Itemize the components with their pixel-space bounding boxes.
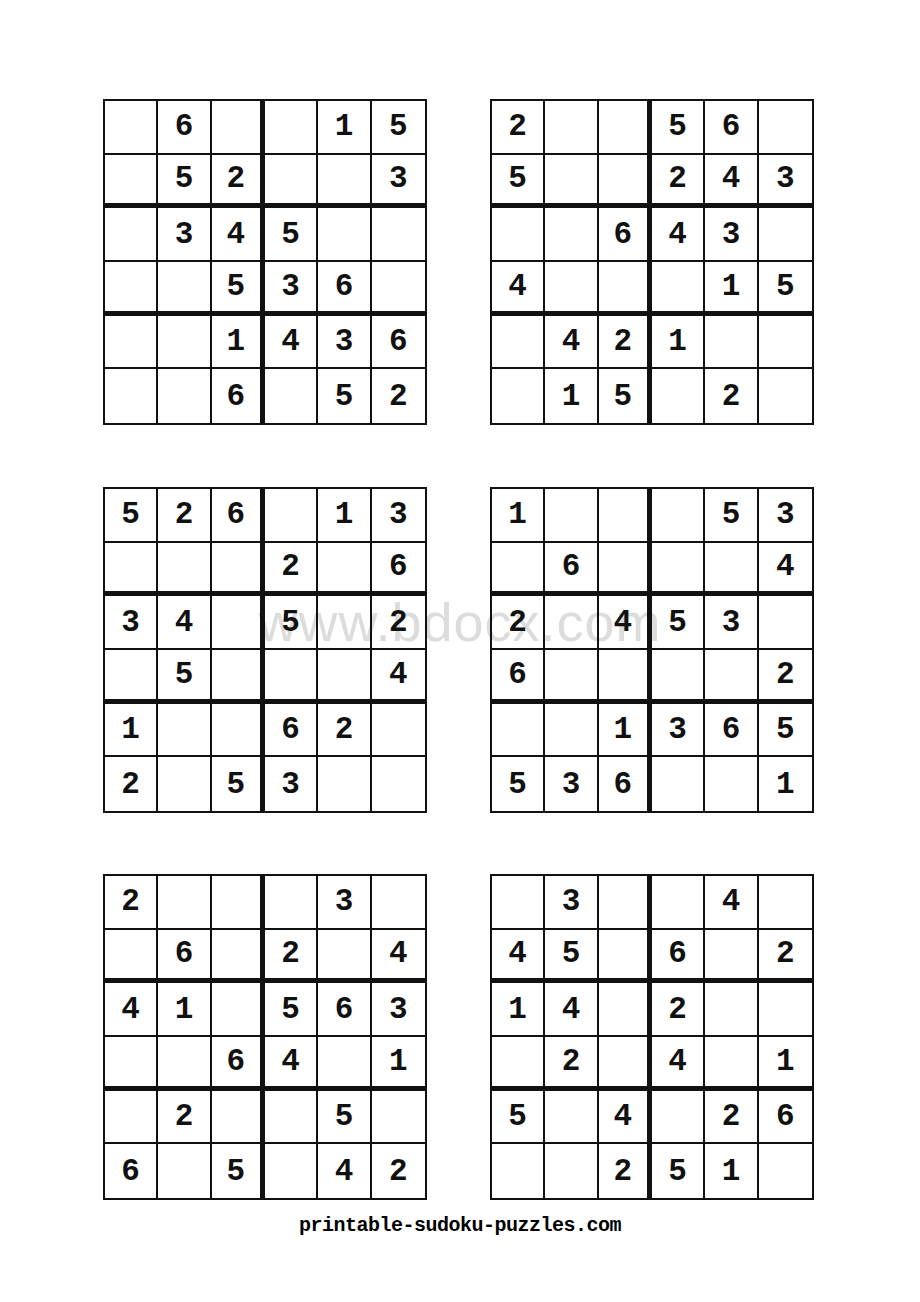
p3-cell-r3c4: 5 bbox=[265, 596, 318, 650]
p5-cell-r5c3 bbox=[212, 1091, 265, 1145]
given-digit: 3 bbox=[389, 992, 408, 1027]
given-digit: 1 bbox=[722, 1154, 741, 1189]
p6-cell-r3c2: 4 bbox=[545, 983, 598, 1037]
p3-cell-r2c2 bbox=[158, 543, 211, 597]
given-digit: 6 bbox=[121, 1154, 140, 1189]
p6-cell-r5c3: 4 bbox=[599, 1091, 652, 1145]
p4-cell-r4c4 bbox=[652, 650, 705, 704]
p4-cell-r4c3 bbox=[599, 650, 652, 704]
p1-cell-r3c3: 4 bbox=[212, 208, 265, 262]
p2-cell-r4c1: 4 bbox=[492, 262, 545, 316]
given-digit: 2 bbox=[281, 936, 300, 971]
p5-cell-r3c5: 6 bbox=[318, 983, 371, 1037]
given-digit: 4 bbox=[668, 1044, 687, 1079]
p1-cell-r6c4 bbox=[265, 369, 318, 423]
given-digit: 6 bbox=[722, 109, 741, 144]
given-digit: 6 bbox=[175, 936, 194, 971]
p4-cell-r1c4 bbox=[652, 489, 705, 543]
given-digit: 5 bbox=[508, 767, 527, 802]
given-digit: 6 bbox=[281, 712, 300, 747]
p2-cell-r4c2 bbox=[545, 262, 598, 316]
p1-cell-r4c1 bbox=[105, 262, 158, 316]
given-digit: 6 bbox=[508, 657, 527, 692]
p5-cell-r5c6 bbox=[372, 1091, 425, 1145]
given-digit: 2 bbox=[668, 992, 687, 1027]
given-digit: 4 bbox=[614, 605, 633, 640]
p5-cell-r2c3 bbox=[212, 930, 265, 984]
p2-cell-r3c5: 3 bbox=[705, 208, 758, 262]
given-digit: 1 bbox=[614, 712, 633, 747]
p6-cell-r2c5 bbox=[705, 930, 758, 984]
p1-cell-r6c2 bbox=[158, 369, 211, 423]
p2-cell-r3c6 bbox=[759, 208, 812, 262]
given-digit: 5 bbox=[227, 767, 246, 802]
p6-cell-r5c6: 6 bbox=[759, 1091, 812, 1145]
given-digit: 4 bbox=[776, 549, 795, 584]
given-digit: 4 bbox=[668, 217, 687, 252]
given-digit: 2 bbox=[227, 161, 246, 196]
p2-cell-r5c3: 2 bbox=[599, 316, 652, 370]
p4-cell-r4c2 bbox=[545, 650, 598, 704]
given-digit: 6 bbox=[389, 549, 408, 584]
p5-cell-r1c2 bbox=[158, 876, 211, 930]
p5-cell-r6c5: 4 bbox=[318, 1144, 371, 1198]
p6-cell-r1c6 bbox=[759, 876, 812, 930]
given-digit: 5 bbox=[508, 161, 527, 196]
p4-cell-r2c5 bbox=[705, 543, 758, 597]
p1-cell-r3c4: 5 bbox=[265, 208, 318, 262]
p1-cell-r1c4 bbox=[265, 101, 318, 155]
p3-cell-r1c3: 6 bbox=[212, 489, 265, 543]
given-digit: 4 bbox=[175, 605, 194, 640]
p5-cell-r4c3: 6 bbox=[212, 1037, 265, 1091]
p3-cell-r4c6: 4 bbox=[372, 650, 425, 704]
p1-cell-r4c3: 5 bbox=[212, 262, 265, 316]
given-digit: 4 bbox=[281, 1044, 300, 1079]
p3-cell-r6c6 bbox=[372, 757, 425, 811]
p6-cell-r5c1: 5 bbox=[492, 1091, 545, 1145]
given-digit: 4 bbox=[562, 992, 581, 1027]
p3-cell-r6c4: 3 bbox=[265, 757, 318, 811]
p1-cell-r5c2 bbox=[158, 316, 211, 370]
given-digit: 4 bbox=[335, 1154, 354, 1189]
given-digit: 5 bbox=[668, 605, 687, 640]
p1-cell-r1c2: 6 bbox=[158, 101, 211, 155]
given-digit: 6 bbox=[389, 324, 408, 359]
given-digit: 2 bbox=[722, 1099, 741, 1134]
p5-cell-r3c4: 5 bbox=[265, 983, 318, 1037]
p4-cell-r1c1: 1 bbox=[492, 489, 545, 543]
p1-cell-r3c2: 3 bbox=[158, 208, 211, 262]
given-digit: 5 bbox=[776, 269, 795, 304]
p6-cell-r5c2 bbox=[545, 1091, 598, 1145]
p5-cell-r4c2 bbox=[158, 1037, 211, 1091]
given-digit: 1 bbox=[335, 109, 354, 144]
p2-cell-r1c2 bbox=[545, 101, 598, 155]
p4-cell-r6c1: 5 bbox=[492, 757, 545, 811]
p2-cell-r3c4: 4 bbox=[652, 208, 705, 262]
p6-cell-r5c4 bbox=[652, 1091, 705, 1145]
p1-cell-r1c3 bbox=[212, 101, 265, 155]
p4-cell-r3c6 bbox=[759, 596, 812, 650]
footer-site-url: printable-sudoku-puzzles.com bbox=[0, 1213, 920, 1239]
p2-cell-r1c5: 6 bbox=[705, 101, 758, 155]
p3-cell-r6c3: 5 bbox=[212, 757, 265, 811]
p1-cell-r1c5: 1 bbox=[318, 101, 371, 155]
p5-cell-r2c6: 4 bbox=[372, 930, 425, 984]
p1-cell-r2c5 bbox=[318, 155, 371, 209]
p4-cell-r5c6: 5 bbox=[759, 704, 812, 758]
given-digit: 4 bbox=[508, 269, 527, 304]
p6-cell-r4c3 bbox=[599, 1037, 652, 1091]
p3-cell-r1c6: 3 bbox=[372, 489, 425, 543]
given-digit: 6 bbox=[335, 269, 354, 304]
p4-cell-r1c5: 5 bbox=[705, 489, 758, 543]
p6-cell-r1c2: 3 bbox=[545, 876, 598, 930]
p2-cell-r5c5 bbox=[705, 316, 758, 370]
p5-cell-r3c6: 3 bbox=[372, 983, 425, 1037]
given-digit: 2 bbox=[614, 1154, 633, 1189]
p4-cell-r5c3: 1 bbox=[599, 704, 652, 758]
p4-cell-r2c4 bbox=[652, 543, 705, 597]
given-digit: 5 bbox=[281, 217, 300, 252]
p4-cell-r5c2 bbox=[545, 704, 598, 758]
p6-cell-r2c4: 6 bbox=[652, 930, 705, 984]
p2-cell-r6c4 bbox=[652, 369, 705, 423]
p6-cell-r3c3 bbox=[599, 983, 652, 1037]
sudoku-grid-2: 2565243643415421152 bbox=[490, 99, 814, 425]
p3-cell-r1c4 bbox=[265, 489, 318, 543]
given-digit: 3 bbox=[121, 605, 140, 640]
p6-cell-r4c2: 2 bbox=[545, 1037, 598, 1091]
p1-cell-r6c3: 6 bbox=[212, 369, 265, 423]
p4-cell-r1c6: 3 bbox=[759, 489, 812, 543]
p5-cell-r6c4 bbox=[265, 1144, 318, 1198]
given-digit: 1 bbox=[227, 324, 246, 359]
p1-cell-r1c1 bbox=[105, 101, 158, 155]
given-digit: 2 bbox=[389, 605, 408, 640]
p2-cell-r4c6: 5 bbox=[759, 262, 812, 316]
p1-cell-r2c3: 2 bbox=[212, 155, 265, 209]
p5-cell-r1c3 bbox=[212, 876, 265, 930]
p1-cell-r5c1 bbox=[105, 316, 158, 370]
p1-cell-r3c1 bbox=[105, 208, 158, 262]
given-digit: 4 bbox=[121, 992, 140, 1027]
p2-cell-r2c5: 4 bbox=[705, 155, 758, 209]
p1-cell-r4c5: 6 bbox=[318, 262, 371, 316]
given-digit: 3 bbox=[776, 161, 795, 196]
p4-cell-r6c6: 1 bbox=[759, 757, 812, 811]
given-digit: 3 bbox=[389, 497, 408, 532]
p5-cell-r6c3: 5 bbox=[212, 1144, 265, 1198]
p3-cell-r4c2: 5 bbox=[158, 650, 211, 704]
p2-cell-r5c2: 4 bbox=[545, 316, 598, 370]
given-digit: 5 bbox=[227, 269, 246, 304]
given-digit: 2 bbox=[776, 657, 795, 692]
p2-cell-r2c6: 3 bbox=[759, 155, 812, 209]
given-digit: 4 bbox=[227, 217, 246, 252]
given-digit: 1 bbox=[668, 324, 687, 359]
given-digit: 5 bbox=[121, 497, 140, 532]
p6-cell-r3c5 bbox=[705, 983, 758, 1037]
p2-cell-r1c4: 5 bbox=[652, 101, 705, 155]
p5-cell-r6c2 bbox=[158, 1144, 211, 1198]
given-digit: 5 bbox=[227, 1154, 246, 1189]
p4-cell-r4c1: 6 bbox=[492, 650, 545, 704]
given-digit: 2 bbox=[722, 379, 741, 414]
p3-cell-r5c6 bbox=[372, 704, 425, 758]
p2-cell-r4c4 bbox=[652, 262, 705, 316]
p2-cell-r2c1: 5 bbox=[492, 155, 545, 209]
p3-cell-r3c5 bbox=[318, 596, 371, 650]
p4-cell-r1c2 bbox=[545, 489, 598, 543]
given-digit: 3 bbox=[668, 712, 687, 747]
p1-cell-r6c6: 2 bbox=[372, 369, 425, 423]
p6-cell-r6c4: 5 bbox=[652, 1144, 705, 1198]
given-digit: 6 bbox=[175, 109, 194, 144]
given-digit: 6 bbox=[776, 1099, 795, 1134]
p4-cell-r4c5 bbox=[705, 650, 758, 704]
given-digit: 2 bbox=[281, 549, 300, 584]
p6-cell-r6c3: 2 bbox=[599, 1144, 652, 1198]
given-digit: 5 bbox=[175, 657, 194, 692]
p2-cell-r4c5: 1 bbox=[705, 262, 758, 316]
p5-cell-r6c1: 6 bbox=[105, 1144, 158, 1198]
given-digit: 6 bbox=[227, 379, 246, 414]
p3-cell-r1c5: 1 bbox=[318, 489, 371, 543]
given-digit: 5 bbox=[776, 712, 795, 747]
p5-cell-r3c2: 1 bbox=[158, 983, 211, 1037]
p6-cell-r4c1 bbox=[492, 1037, 545, 1091]
given-digit: 3 bbox=[335, 884, 354, 919]
given-digit: 4 bbox=[614, 1099, 633, 1134]
p2-cell-r3c3: 6 bbox=[599, 208, 652, 262]
p6-cell-r2c6: 2 bbox=[759, 930, 812, 984]
p5-cell-r5c4 bbox=[265, 1091, 318, 1145]
given-digit: 2 bbox=[776, 936, 795, 971]
p2-cell-r3c1 bbox=[492, 208, 545, 262]
p6-cell-r3c6 bbox=[759, 983, 812, 1037]
p3-cell-r2c1 bbox=[105, 543, 158, 597]
p3-cell-r2c5 bbox=[318, 543, 371, 597]
given-digit: 1 bbox=[508, 992, 527, 1027]
given-digit: 2 bbox=[335, 712, 354, 747]
given-digit: 5 bbox=[668, 1154, 687, 1189]
given-digit: 3 bbox=[281, 767, 300, 802]
given-digit: 4 bbox=[389, 936, 408, 971]
p3-cell-r3c3 bbox=[212, 596, 265, 650]
p4-cell-r6c2: 3 bbox=[545, 757, 598, 811]
given-digit: 5 bbox=[614, 379, 633, 414]
p6-cell-r6c2 bbox=[545, 1144, 598, 1198]
p1-cell-r4c6 bbox=[372, 262, 425, 316]
given-digit: 1 bbox=[389, 1044, 408, 1079]
p1-cell-r2c1 bbox=[105, 155, 158, 209]
p6-cell-r2c3 bbox=[599, 930, 652, 984]
given-digit: 3 bbox=[562, 767, 581, 802]
given-digit: 6 bbox=[227, 497, 246, 532]
p2-cell-r6c3: 5 bbox=[599, 369, 652, 423]
p5-cell-r1c4 bbox=[265, 876, 318, 930]
p3-cell-r3c6: 2 bbox=[372, 596, 425, 650]
p1-cell-r6c5: 5 bbox=[318, 369, 371, 423]
given-digit: 5 bbox=[335, 1099, 354, 1134]
p4-cell-r3c5: 3 bbox=[705, 596, 758, 650]
p2-cell-r5c4: 1 bbox=[652, 316, 705, 370]
p2-cell-r2c2 bbox=[545, 155, 598, 209]
p5-cell-r3c1: 4 bbox=[105, 983, 158, 1037]
p6-cell-r3c4: 2 bbox=[652, 983, 705, 1037]
p2-cell-r2c3 bbox=[599, 155, 652, 209]
p4-cell-r2c6: 4 bbox=[759, 543, 812, 597]
given-digit: 6 bbox=[614, 217, 633, 252]
p6-cell-r4c4: 4 bbox=[652, 1037, 705, 1091]
given-digit: 2 bbox=[562, 1044, 581, 1079]
p4-cell-r3c4: 5 bbox=[652, 596, 705, 650]
given-digit: 1 bbox=[121, 712, 140, 747]
p4-cell-r2c3 bbox=[599, 543, 652, 597]
p6-cell-r1c5: 4 bbox=[705, 876, 758, 930]
p5-cell-r3c3 bbox=[212, 983, 265, 1037]
p6-cell-r6c5: 1 bbox=[705, 1144, 758, 1198]
p3-cell-r5c2 bbox=[158, 704, 211, 758]
p2-cell-r2c4: 2 bbox=[652, 155, 705, 209]
p6-cell-r2c1: 4 bbox=[492, 930, 545, 984]
p6-cell-r1c4 bbox=[652, 876, 705, 930]
p2-cell-r1c3 bbox=[599, 101, 652, 155]
p4-cell-r6c5 bbox=[705, 757, 758, 811]
given-digit: 3 bbox=[776, 497, 795, 532]
p3-cell-r4c1 bbox=[105, 650, 158, 704]
given-digit: 4 bbox=[562, 324, 581, 359]
given-digit: 2 bbox=[175, 1099, 194, 1134]
given-digit: 5 bbox=[281, 605, 300, 640]
p1-cell-r5c3: 1 bbox=[212, 316, 265, 370]
given-digit: 5 bbox=[722, 497, 741, 532]
p6-cell-r6c1 bbox=[492, 1144, 545, 1198]
p2-cell-r6c6 bbox=[759, 369, 812, 423]
p2-cell-r6c5: 2 bbox=[705, 369, 758, 423]
given-digit: 2 bbox=[668, 161, 687, 196]
p4-cell-r4c6: 2 bbox=[759, 650, 812, 704]
p5-cell-r2c1 bbox=[105, 930, 158, 984]
given-digit: 3 bbox=[722, 217, 741, 252]
given-digit: 5 bbox=[175, 161, 194, 196]
p4-cell-r5c4: 3 bbox=[652, 704, 705, 758]
p6-cell-r2c2: 5 bbox=[545, 930, 598, 984]
given-digit: 1 bbox=[562, 379, 581, 414]
p3-cell-r1c2: 2 bbox=[158, 489, 211, 543]
given-digit: 2 bbox=[175, 497, 194, 532]
given-digit: 5 bbox=[281, 992, 300, 1027]
p3-cell-r3c2: 4 bbox=[158, 596, 211, 650]
given-digit: 5 bbox=[508, 1099, 527, 1134]
given-digit: 3 bbox=[722, 605, 741, 640]
given-digit: 3 bbox=[175, 217, 194, 252]
p3-cell-r6c5 bbox=[318, 757, 371, 811]
p5-cell-r1c1: 2 bbox=[105, 876, 158, 930]
p3-cell-r1c1: 5 bbox=[105, 489, 158, 543]
p6-cell-r4c6: 1 bbox=[759, 1037, 812, 1091]
p1-cell-r5c4: 4 bbox=[265, 316, 318, 370]
given-digit: 5 bbox=[562, 936, 581, 971]
given-digit: 4 bbox=[722, 884, 741, 919]
given-digit: 2 bbox=[614, 324, 633, 359]
p1-cell-r2c6: 3 bbox=[372, 155, 425, 209]
p6-cell-r3c1: 1 bbox=[492, 983, 545, 1037]
given-digit: 4 bbox=[281, 324, 300, 359]
p1-cell-r2c4 bbox=[265, 155, 318, 209]
given-digit: 3 bbox=[335, 324, 354, 359]
p2-cell-r5c1 bbox=[492, 316, 545, 370]
p3-cell-r4c5 bbox=[318, 650, 371, 704]
p1-cell-r5c5: 3 bbox=[318, 316, 371, 370]
p4-cell-r3c3: 4 bbox=[599, 596, 652, 650]
given-digit: 6 bbox=[722, 712, 741, 747]
given-digit: 6 bbox=[614, 767, 633, 802]
p5-cell-r2c5 bbox=[318, 930, 371, 984]
p4-cell-r3c1: 2 bbox=[492, 596, 545, 650]
p1-cell-r5c6: 6 bbox=[372, 316, 425, 370]
p3-cell-r2c3 bbox=[212, 543, 265, 597]
p5-cell-r4c1 bbox=[105, 1037, 158, 1091]
p2-cell-r1c1: 2 bbox=[492, 101, 545, 155]
p2-cell-r6c2: 1 bbox=[545, 369, 598, 423]
p4-cell-r6c4 bbox=[652, 757, 705, 811]
given-digit: 2 bbox=[508, 109, 527, 144]
p2-cell-r4c3 bbox=[599, 262, 652, 316]
p3-cell-r4c4 bbox=[265, 650, 318, 704]
given-digit: 3 bbox=[562, 884, 581, 919]
p5-cell-r1c6 bbox=[372, 876, 425, 930]
given-digit: 2 bbox=[508, 605, 527, 640]
p6-cell-r1c1 bbox=[492, 876, 545, 930]
p5-cell-r5c2: 2 bbox=[158, 1091, 211, 1145]
p1-cell-r2c2: 5 bbox=[158, 155, 211, 209]
p3-cell-r6c2 bbox=[158, 757, 211, 811]
p3-cell-r6c1: 2 bbox=[105, 757, 158, 811]
p5-cell-r2c4: 2 bbox=[265, 930, 318, 984]
given-digit: 6 bbox=[227, 1044, 246, 1079]
p2-cell-r1c6 bbox=[759, 101, 812, 155]
given-digit: 2 bbox=[389, 379, 408, 414]
p2-cell-r6c1 bbox=[492, 369, 545, 423]
given-digit: 5 bbox=[389, 109, 408, 144]
sudoku-grid-3: 5261326345254162253 bbox=[103, 487, 427, 813]
given-digit: 6 bbox=[668, 936, 687, 971]
given-digit: 1 bbox=[722, 269, 741, 304]
p1-cell-r1c6: 5 bbox=[372, 101, 425, 155]
given-digit: 6 bbox=[335, 992, 354, 1027]
p3-cell-r5c4: 6 bbox=[265, 704, 318, 758]
p5-cell-r4c6: 1 bbox=[372, 1037, 425, 1091]
given-digit: 2 bbox=[389, 1154, 408, 1189]
sudoku-grid-1: 6155233455361436652 bbox=[103, 99, 427, 425]
given-digit: 3 bbox=[281, 269, 300, 304]
given-digit: 1 bbox=[175, 992, 194, 1027]
p4-cell-r1c3 bbox=[599, 489, 652, 543]
p3-cell-r3c1: 3 bbox=[105, 596, 158, 650]
p1-cell-r4c4: 3 bbox=[265, 262, 318, 316]
sudoku-grid-4: 1536424536213655361 bbox=[490, 487, 814, 813]
given-digit: 5 bbox=[668, 109, 687, 144]
p5-cell-r5c5: 5 bbox=[318, 1091, 371, 1145]
printable-sudoku-page: www.bdocx.com 6155233455361436652 256524… bbox=[0, 0, 920, 1302]
p1-cell-r4c2 bbox=[158, 262, 211, 316]
p1-cell-r3c6 bbox=[372, 208, 425, 262]
p5-cell-r5c1 bbox=[105, 1091, 158, 1145]
given-digit: 4 bbox=[508, 936, 527, 971]
